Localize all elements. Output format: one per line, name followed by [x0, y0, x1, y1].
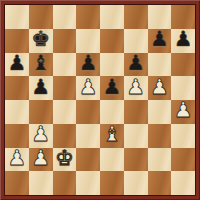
square-a4[interactable] [5, 100, 29, 124]
square-g3[interactable] [148, 124, 172, 148]
square-h3[interactable] [171, 124, 195, 148]
square-f5[interactable]: ♟ [124, 76, 148, 100]
square-d8[interactable] [76, 5, 100, 29]
square-b2[interactable]: ♟ [29, 148, 53, 172]
square-d7[interactable] [76, 29, 100, 53]
square-c6[interactable] [53, 53, 77, 77]
square-a3[interactable] [5, 124, 29, 148]
square-g8[interactable] [148, 5, 172, 29]
square-f4[interactable] [124, 100, 148, 124]
square-c3[interactable] [53, 124, 77, 148]
white-pawn[interactable]: ♟ [174, 100, 193, 121]
white-bishop[interactable]: ♝ [102, 124, 121, 145]
square-e2[interactable] [100, 148, 124, 172]
square-d6[interactable]: ♟ [76, 53, 100, 77]
square-f8[interactable] [124, 5, 148, 29]
square-c8[interactable] [53, 5, 77, 29]
black-pawn[interactable]: ♟ [150, 29, 169, 50]
square-f3[interactable] [124, 124, 148, 148]
square-a6[interactable]: ♟ [5, 53, 29, 77]
black-pawn[interactable]: ♟ [79, 53, 98, 74]
white-king[interactable]: ♚ [55, 148, 74, 169]
black-pawn[interactable]: ♟ [7, 53, 26, 74]
square-b8[interactable] [29, 5, 53, 29]
black-pawn[interactable]: ♟ [126, 53, 145, 74]
square-a5[interactable] [5, 76, 29, 100]
chess-board: ♚♟♟♟♝♟♟♟♟♟♟♟♟♟♝♟♟♚ [5, 5, 195, 195]
square-h4[interactable]: ♟ [171, 100, 195, 124]
white-pawn[interactable]: ♟ [79, 77, 98, 98]
white-pawn[interactable]: ♟ [150, 77, 169, 98]
square-h2[interactable] [171, 148, 195, 172]
black-pawn[interactable]: ♟ [174, 29, 193, 50]
square-b3[interactable]: ♟ [29, 124, 53, 148]
square-d5[interactable]: ♟ [76, 76, 100, 100]
square-b7[interactable]: ♚ [29, 29, 53, 53]
square-g6[interactable] [148, 53, 172, 77]
square-d2[interactable] [76, 148, 100, 172]
square-f2[interactable] [124, 148, 148, 172]
black-pawn[interactable]: ♟ [102, 77, 121, 98]
square-e1[interactable] [100, 171, 124, 195]
square-f6[interactable]: ♟ [124, 53, 148, 77]
white-pawn[interactable]: ♟ [31, 124, 50, 145]
white-pawn[interactable]: ♟ [126, 77, 145, 98]
black-bishop[interactable]: ♝ [31, 53, 50, 74]
square-e6[interactable] [100, 53, 124, 77]
square-g2[interactable] [148, 148, 172, 172]
black-king[interactable]: ♚ [31, 29, 50, 50]
square-b1[interactable] [29, 171, 53, 195]
chess-board-frame: ♚♟♟♟♝♟♟♟♟♟♟♟♟♟♝♟♟♚ [0, 0, 200, 200]
square-f1[interactable] [124, 171, 148, 195]
black-pawn[interactable]: ♟ [31, 77, 50, 98]
square-c4[interactable] [53, 100, 77, 124]
square-h8[interactable] [171, 5, 195, 29]
square-h1[interactable] [171, 171, 195, 195]
square-e4[interactable] [100, 100, 124, 124]
square-a1[interactable] [5, 171, 29, 195]
white-pawn[interactable]: ♟ [31, 148, 50, 169]
square-e5[interactable]: ♟ [100, 76, 124, 100]
square-g4[interactable] [148, 100, 172, 124]
square-b6[interactable]: ♝ [29, 53, 53, 77]
square-c2[interactable]: ♚ [53, 148, 77, 172]
square-f7[interactable] [124, 29, 148, 53]
square-e7[interactable] [100, 29, 124, 53]
square-h7[interactable]: ♟ [171, 29, 195, 53]
square-g1[interactable] [148, 171, 172, 195]
square-g5[interactable]: ♟ [148, 76, 172, 100]
square-e3[interactable]: ♝ [100, 124, 124, 148]
square-e8[interactable] [100, 5, 124, 29]
square-c1[interactable] [53, 171, 77, 195]
square-a8[interactable] [5, 5, 29, 29]
square-b4[interactable] [29, 100, 53, 124]
square-a2[interactable]: ♟ [5, 148, 29, 172]
square-h6[interactable] [171, 53, 195, 77]
square-d3[interactable] [76, 124, 100, 148]
white-pawn[interactable]: ♟ [7, 148, 26, 169]
square-b5[interactable]: ♟ [29, 76, 53, 100]
square-c7[interactable] [53, 29, 77, 53]
square-d1[interactable] [76, 171, 100, 195]
square-d4[interactable] [76, 100, 100, 124]
square-c5[interactable] [53, 76, 77, 100]
square-g7[interactable]: ♟ [148, 29, 172, 53]
square-a7[interactable] [5, 29, 29, 53]
square-h5[interactable] [171, 76, 195, 100]
